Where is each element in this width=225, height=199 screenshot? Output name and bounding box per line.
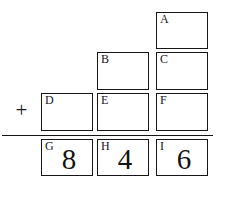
cell-value-g: 8 xyxy=(62,145,77,174)
sum-cell-h: H 4 xyxy=(97,139,149,176)
cell-label-i: I xyxy=(160,140,164,153)
plus-operator: + xyxy=(2,93,41,131)
cell-label-h: H xyxy=(101,140,110,153)
cell-value-h: 4 xyxy=(118,145,133,174)
cell-label-g: G xyxy=(45,140,54,153)
cell-label-e: E xyxy=(101,94,108,107)
cell-label-c: C xyxy=(160,53,168,66)
answer-cell-f[interactable]: F xyxy=(156,93,208,131)
cell-value-i: 6 xyxy=(177,145,192,174)
cell-label-a: A xyxy=(160,13,169,26)
cell-label-f: F xyxy=(160,94,167,107)
answer-cell-c[interactable]: C xyxy=(156,52,208,90)
answer-cell-d[interactable]: D xyxy=(41,93,93,131)
cell-label-b: B xyxy=(101,53,109,66)
answer-cell-a[interactable]: A xyxy=(156,12,208,49)
sum-cell-i: I 6 xyxy=(156,139,208,176)
answer-cell-b[interactable]: B xyxy=(97,52,149,90)
addition-puzzle-board: A B C + D E F G 8 H 4 I 6 xyxy=(0,0,225,199)
answer-cell-e[interactable]: E xyxy=(97,93,149,131)
sum-line xyxy=(2,135,213,137)
sum-cell-g: G 8 xyxy=(41,139,93,176)
cell-label-d: D xyxy=(45,94,54,107)
